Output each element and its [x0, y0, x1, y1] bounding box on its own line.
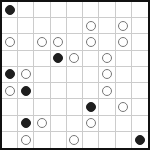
cell-r0c7[interactable] — [116, 2, 132, 18]
white-pearl — [53, 37, 63, 47]
cell-r2c1[interactable] — [18, 34, 34, 50]
black-pearl — [135, 135, 145, 145]
cell-r7c1[interactable] — [18, 116, 34, 132]
black-pearl — [86, 102, 96, 112]
cell-r4c0[interactable] — [2, 67, 18, 83]
cell-r1c4[interactable] — [67, 18, 83, 34]
masyu-puzzle — [0, 0, 150, 150]
cell-r6c3[interactable] — [51, 99, 67, 115]
cell-r4c8[interactable] — [132, 67, 148, 83]
cell-r4c7[interactable] — [116, 67, 132, 83]
cell-r3c3[interactable] — [51, 51, 67, 67]
cell-r0c6[interactable] — [99, 2, 115, 18]
cell-r0c1[interactable] — [18, 2, 34, 18]
cell-r4c2[interactable] — [34, 67, 50, 83]
cell-r1c8[interactable] — [132, 18, 148, 34]
white-pearl — [102, 53, 112, 63]
cell-r0c3[interactable] — [51, 2, 67, 18]
cell-r6c5[interactable] — [83, 99, 99, 115]
white-pearl — [69, 53, 79, 63]
white-pearl — [86, 37, 96, 47]
cell-r2c0[interactable] — [2, 34, 18, 50]
cell-r2c8[interactable] — [132, 34, 148, 50]
cell-r1c0[interactable] — [2, 18, 18, 34]
cell-r7c7[interactable] — [116, 116, 132, 132]
cell-r7c8[interactable] — [132, 116, 148, 132]
cell-r5c5[interactable] — [83, 83, 99, 99]
cell-r8c3[interactable] — [51, 132, 67, 148]
masyu-board — [0, 0, 150, 150]
white-pearl — [102, 86, 112, 96]
cell-r0c5[interactable] — [83, 2, 99, 18]
cell-r1c2[interactable] — [34, 18, 50, 34]
white-pearl — [21, 69, 31, 79]
cell-r6c8[interactable] — [132, 99, 148, 115]
cell-r3c6[interactable] — [99, 51, 115, 67]
black-pearl — [21, 86, 31, 96]
cell-r1c7[interactable] — [116, 18, 132, 34]
white-pearl — [37, 118, 47, 128]
cell-r2c3[interactable] — [51, 34, 67, 50]
cell-r1c3[interactable] — [51, 18, 67, 34]
cell-r1c6[interactable] — [99, 18, 115, 34]
cell-r3c4[interactable] — [67, 51, 83, 67]
white-pearl — [37, 37, 47, 47]
white-pearl — [102, 69, 112, 79]
cell-r2c6[interactable] — [99, 34, 115, 50]
cell-r4c4[interactable] — [67, 67, 83, 83]
black-pearl — [21, 118, 31, 128]
cell-r6c1[interactable] — [18, 99, 34, 115]
cell-r8c6[interactable] — [99, 132, 115, 148]
cell-r6c7[interactable] — [116, 99, 132, 115]
cell-r4c3[interactable] — [51, 67, 67, 83]
cell-r1c5[interactable] — [83, 18, 99, 34]
cell-r6c0[interactable] — [2, 99, 18, 115]
cell-r2c4[interactable] — [67, 34, 83, 50]
cell-r7c4[interactable] — [67, 116, 83, 132]
white-pearl — [118, 37, 128, 47]
cell-r8c5[interactable] — [83, 132, 99, 148]
black-pearl — [5, 5, 15, 15]
cell-r5c2[interactable] — [34, 83, 50, 99]
white-pearl — [69, 135, 79, 145]
cell-r6c4[interactable] — [67, 99, 83, 115]
cell-r1c1[interactable] — [18, 18, 34, 34]
cell-r4c5[interactable] — [83, 67, 99, 83]
cell-r8c2[interactable] — [34, 132, 50, 148]
cell-r5c8[interactable] — [132, 83, 148, 99]
cell-r0c2[interactable] — [34, 2, 50, 18]
cell-r8c7[interactable] — [116, 132, 132, 148]
cell-r2c2[interactable] — [34, 34, 50, 50]
cell-r5c3[interactable] — [51, 83, 67, 99]
cell-r7c3[interactable] — [51, 116, 67, 132]
white-pearl — [86, 118, 96, 128]
cell-r0c8[interactable] — [132, 2, 148, 18]
cell-r5c1[interactable] — [18, 83, 34, 99]
cell-r3c2[interactable] — [34, 51, 50, 67]
cell-r5c4[interactable] — [67, 83, 83, 99]
cell-r3c7[interactable] — [116, 51, 132, 67]
cell-r4c6[interactable] — [99, 67, 115, 83]
white-pearl — [118, 102, 128, 112]
white-pearl — [118, 21, 128, 31]
cell-r5c0[interactable] — [2, 83, 18, 99]
cell-r3c1[interactable] — [18, 51, 34, 67]
cell-r5c6[interactable] — [99, 83, 115, 99]
cell-r6c2[interactable] — [34, 99, 50, 115]
cell-r4c1[interactable] — [18, 67, 34, 83]
cell-r7c0[interactable] — [2, 116, 18, 132]
cell-r7c2[interactable] — [34, 116, 50, 132]
cell-r7c6[interactable] — [99, 116, 115, 132]
cell-r8c0[interactable] — [2, 132, 18, 148]
cell-r7c5[interactable] — [83, 116, 99, 132]
cell-r8c8[interactable] — [132, 132, 148, 148]
cell-r0c4[interactable] — [67, 2, 83, 18]
cell-r3c8[interactable] — [132, 51, 148, 67]
cell-r5c7[interactable] — [116, 83, 132, 99]
white-pearl — [86, 21, 96, 31]
cell-r2c7[interactable] — [116, 34, 132, 50]
white-pearl — [21, 135, 31, 145]
white-pearl — [5, 37, 15, 47]
cell-r2c5[interactable] — [83, 34, 99, 50]
black-pearl — [53, 53, 63, 63]
cell-r8c1[interactable] — [18, 132, 34, 148]
white-pearl — [5, 86, 15, 96]
cell-r8c4[interactable] — [67, 132, 83, 148]
black-pearl — [5, 69, 15, 79]
cell-r3c5[interactable] — [83, 51, 99, 67]
cell-r3c0[interactable] — [2, 51, 18, 67]
cell-r6c6[interactable] — [99, 99, 115, 115]
cell-r0c0[interactable] — [2, 2, 18, 18]
